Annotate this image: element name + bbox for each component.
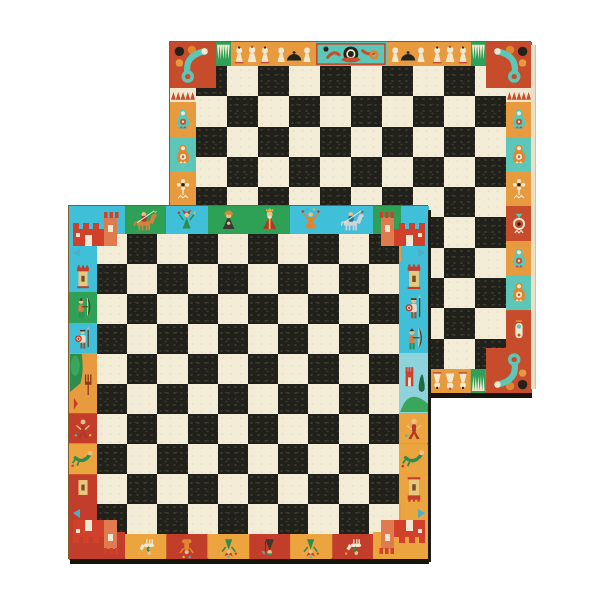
board-cell — [196, 157, 227, 187]
board-cell — [351, 127, 382, 157]
board-cell — [339, 234, 369, 264]
board-cell — [157, 414, 187, 444]
board-cell — [127, 414, 157, 444]
board-cell — [444, 278, 475, 308]
board-cell — [308, 234, 338, 264]
swirl-icon — [170, 42, 216, 88]
axeman-icon — [249, 534, 290, 560]
teeth-green-icon — [471, 42, 486, 66]
board-cell — [188, 324, 218, 354]
board-cell — [188, 414, 218, 444]
board-cell — [369, 264, 399, 294]
board-cell — [97, 264, 127, 294]
jester-icon — [208, 534, 249, 560]
board-cell — [308, 264, 338, 294]
board-cell — [218, 384, 248, 414]
board-cell — [218, 444, 248, 474]
board-cell — [339, 474, 369, 504]
pawns-icon — [231, 42, 273, 66]
dome-icon — [387, 42, 429, 66]
board-cell — [444, 96, 475, 126]
juggler-icon — [166, 534, 207, 560]
board-cell — [157, 324, 187, 354]
board-cell — [444, 308, 475, 338]
border-tile — [506, 310, 532, 348]
board-cell — [351, 66, 382, 96]
board-cell — [157, 354, 187, 384]
board-cell — [382, 157, 413, 187]
border-tile — [273, 42, 315, 66]
board-cell — [258, 157, 289, 187]
board-cell — [258, 127, 289, 157]
back-board-paper-edge — [531, 45, 536, 389]
dome-icon — [273, 42, 315, 66]
board-cell — [127, 444, 157, 474]
board-cell — [339, 444, 369, 474]
medallion-icon — [315, 42, 387, 66]
board-cell — [475, 127, 506, 157]
border-tile — [399, 292, 429, 322]
board-cell — [157, 234, 187, 264]
castle-icon — [376, 507, 428, 559]
board-cell — [157, 264, 187, 294]
board-cell — [413, 157, 444, 187]
board-cell — [339, 414, 369, 444]
board-cell — [196, 127, 227, 157]
border-tile — [216, 42, 231, 66]
soldier-icon — [69, 323, 97, 353]
border-tile — [249, 534, 290, 560]
board-cell — [278, 414, 308, 444]
front-board-edge-shadow — [70, 559, 429, 564]
board-cell — [278, 354, 308, 384]
juggler-icon — [290, 206, 331, 234]
board-cell — [320, 127, 351, 157]
border-tile — [315, 42, 387, 66]
board-cell — [196, 96, 227, 126]
board-cell — [188, 234, 218, 264]
border-tile — [471, 42, 486, 66]
board-cell — [475, 157, 506, 187]
board-cell — [248, 294, 278, 324]
knight-orange-icon — [125, 206, 166, 234]
castle-icon — [70, 507, 122, 559]
board-cell — [308, 414, 338, 444]
board-cell — [320, 96, 351, 126]
border-tile — [506, 137, 532, 172]
border-tile — [506, 171, 532, 206]
border-tile — [69, 292, 97, 322]
border-tile — [399, 323, 429, 353]
board-cell — [278, 444, 308, 474]
border-strip-right — [399, 262, 429, 504]
border-tile — [208, 534, 249, 560]
tower-icon — [69, 262, 97, 292]
doll-a-icon — [506, 241, 532, 276]
board-cell — [308, 504, 338, 534]
archer-icon — [399, 323, 429, 353]
border-tile — [506, 88, 532, 102]
doll-b-icon — [170, 137, 196, 172]
border-tile — [387, 42, 429, 66]
tower-icon — [69, 474, 97, 504]
board-cell — [127, 324, 157, 354]
border-tile — [471, 369, 486, 394]
archer-icon — [69, 292, 97, 322]
board-cell — [382, 127, 413, 157]
board-cell — [339, 294, 369, 324]
border-tile — [506, 206, 532, 241]
board-grid — [97, 234, 399, 534]
board-cell — [97, 414, 127, 444]
board-cell — [320, 157, 351, 187]
board-cell — [188, 444, 218, 474]
board-cell — [157, 294, 187, 324]
board-cell — [218, 324, 248, 354]
board-cell — [444, 187, 475, 217]
border-tile — [399, 474, 429, 504]
board-cell — [413, 96, 444, 126]
board-cell — [339, 324, 369, 354]
border-strip-bottom — [125, 534, 373, 560]
board-cell — [308, 384, 338, 414]
border-tile — [506, 241, 532, 276]
board-cell — [444, 157, 475, 187]
board-cell — [218, 414, 248, 444]
board-cell — [413, 66, 444, 96]
border-tile — [231, 42, 273, 66]
board-cell — [188, 474, 218, 504]
board-cell — [188, 264, 218, 294]
jester-icon — [290, 534, 331, 560]
board-cell — [382, 66, 413, 96]
acrobat-icon — [399, 413, 429, 443]
board-cell — [188, 504, 218, 534]
corner-tile-br — [486, 348, 532, 394]
king-icon — [249, 206, 290, 234]
border-tile — [166, 534, 207, 560]
board-cell — [278, 234, 308, 264]
acrobat2-icon — [399, 444, 429, 474]
board-cell — [289, 96, 320, 126]
board-cell — [248, 444, 278, 474]
acrobat2-icon — [69, 444, 97, 474]
monk-icon — [208, 206, 249, 234]
flower-icon — [506, 171, 532, 206]
board-cell — [248, 354, 278, 384]
board-cell — [369, 324, 399, 354]
board-cell — [227, 157, 258, 187]
corner-tile-tl — [170, 42, 216, 88]
border-tile — [170, 171, 196, 206]
acro-horse-icon — [125, 534, 166, 560]
border-tile — [69, 444, 97, 474]
board-cell — [339, 504, 369, 534]
board-cell — [308, 474, 338, 504]
border-tile — [429, 369, 471, 394]
board-cell — [218, 234, 248, 264]
board-cell — [157, 384, 187, 414]
board-cell — [127, 384, 157, 414]
board-cell — [97, 354, 127, 384]
border-tile — [69, 413, 97, 443]
board-cell — [444, 127, 475, 157]
doll-a-icon — [170, 102, 196, 137]
board-cell — [218, 474, 248, 504]
board-cell — [278, 384, 308, 414]
board-cell — [278, 324, 308, 354]
corner-tile-tr — [373, 206, 429, 262]
board-cell — [97, 444, 127, 474]
board-cell — [227, 96, 258, 126]
doll-a-icon — [506, 102, 532, 137]
board-cell — [157, 474, 187, 504]
board-cell — [188, 354, 218, 384]
border-tile — [125, 206, 166, 234]
board-cell — [157, 504, 187, 534]
doll-b-icon — [506, 137, 532, 172]
board-cell — [339, 384, 369, 414]
border-tile — [69, 262, 97, 292]
corner-tile-bl — [69, 504, 125, 560]
acrobat-icon — [69, 413, 97, 443]
board-cell — [444, 217, 475, 247]
board-cell — [127, 504, 157, 534]
board-cell — [289, 127, 320, 157]
board-cell — [248, 324, 278, 354]
corner-tile-br — [373, 504, 429, 560]
knight-grey-icon — [332, 206, 373, 234]
border-tile — [125, 534, 166, 560]
board-cell — [97, 474, 127, 504]
board-cell — [475, 217, 506, 247]
board-cell — [97, 294, 127, 324]
board-cell — [188, 384, 218, 414]
border-tile — [290, 206, 331, 234]
board-cell — [248, 414, 278, 444]
board-cell — [127, 234, 157, 264]
castle-icon — [70, 207, 122, 259]
border-tile — [208, 206, 249, 234]
board-cell — [188, 294, 218, 324]
board-cell — [278, 474, 308, 504]
board-cell — [339, 264, 369, 294]
border-tile — [170, 102, 196, 137]
teeth-green-icon — [471, 369, 486, 394]
board-cell — [369, 414, 399, 444]
board-cell — [444, 248, 475, 278]
border-tile — [399, 262, 429, 292]
border-tile — [249, 206, 290, 234]
soldier-icon — [399, 292, 429, 322]
board-cell — [475, 187, 506, 217]
board-cell — [248, 264, 278, 294]
board-cell — [351, 96, 382, 126]
board-cell — [444, 66, 475, 96]
pawns-icon — [429, 42, 471, 66]
border-tile — [399, 413, 429, 443]
teeth-red-icon — [170, 88, 196, 102]
doll-b-icon — [506, 275, 532, 310]
border-tile — [69, 323, 97, 353]
board-cell — [289, 66, 320, 96]
board-cell — [248, 384, 278, 414]
board-cell — [475, 248, 506, 278]
border-strip-top — [216, 42, 486, 66]
board-cell — [248, 474, 278, 504]
board-cell — [127, 354, 157, 384]
front-board-edge-right — [428, 210, 431, 562]
border-tile — [399, 444, 429, 474]
board-cell — [308, 294, 338, 324]
border-tile — [290, 534, 331, 560]
border-tile — [332, 206, 373, 234]
board-cell — [258, 66, 289, 96]
border-tile — [166, 206, 207, 234]
ring-icon — [506, 206, 532, 241]
tower-icon — [399, 474, 429, 504]
border-tile — [399, 353, 429, 414]
board-cell — [339, 354, 369, 384]
board-cell — [248, 234, 278, 264]
board-cell — [444, 339, 475, 369]
board-cell — [320, 66, 351, 96]
castle-icon — [376, 207, 428, 259]
board-cell — [382, 96, 413, 126]
border-strip-left — [69, 262, 97, 504]
product-photo-canvas — [0, 0, 600, 600]
border-tile — [69, 474, 97, 504]
front-board-medieval-border — [68, 205, 428, 559]
teeth-green-icon — [216, 42, 231, 66]
corner-tile-tr — [486, 42, 532, 88]
board-cell — [258, 96, 289, 126]
board-cell — [218, 354, 248, 384]
teeth-red-icon — [506, 88, 532, 102]
board-cell — [127, 294, 157, 324]
board-cell — [278, 264, 308, 294]
board-cell — [127, 264, 157, 294]
flower-icon — [170, 171, 196, 206]
board-cell — [369, 474, 399, 504]
sky-scene-icon — [399, 353, 429, 414]
board-cell — [413, 127, 444, 157]
board-cell — [97, 324, 127, 354]
corner-tile-tl — [69, 206, 125, 262]
board-cell — [157, 444, 187, 474]
board-cell — [227, 127, 258, 157]
board-cell — [308, 354, 338, 384]
border-tile — [69, 353, 97, 414]
board-cell — [475, 96, 506, 126]
border-tile — [332, 534, 373, 560]
board-cell — [308, 444, 338, 474]
board-cell — [248, 504, 278, 534]
border-strip-top — [125, 206, 373, 234]
board-cell — [475, 278, 506, 308]
board-cell — [369, 444, 399, 474]
board-cell — [369, 354, 399, 384]
border-strip-right — [506, 88, 532, 348]
board-cell — [351, 157, 382, 187]
swirl-icon — [486, 348, 532, 394]
swirl-icon — [486, 42, 532, 88]
board-cell — [127, 474, 157, 504]
border-tile — [170, 137, 196, 172]
border-tile — [506, 275, 532, 310]
board-cell — [218, 294, 248, 324]
border-tile — [170, 88, 196, 102]
pawns-icon — [429, 369, 471, 394]
tower-red-icon — [506, 310, 532, 348]
board-cell — [227, 66, 258, 96]
acro-horse-icon — [332, 534, 373, 560]
board-cell — [97, 384, 127, 414]
board-cell — [369, 384, 399, 414]
board-cell — [369, 294, 399, 324]
board-cell — [278, 504, 308, 534]
board-cell — [308, 324, 338, 354]
tower-icon — [399, 262, 429, 292]
board-cell — [218, 504, 248, 534]
board-cell — [218, 264, 248, 294]
tree-scene-icon — [69, 353, 97, 414]
border-tile — [429, 42, 471, 66]
board-cell — [289, 157, 320, 187]
board-cell — [278, 294, 308, 324]
jester-icon — [166, 206, 207, 234]
board-cell — [475, 308, 506, 338]
border-tile — [506, 102, 532, 137]
